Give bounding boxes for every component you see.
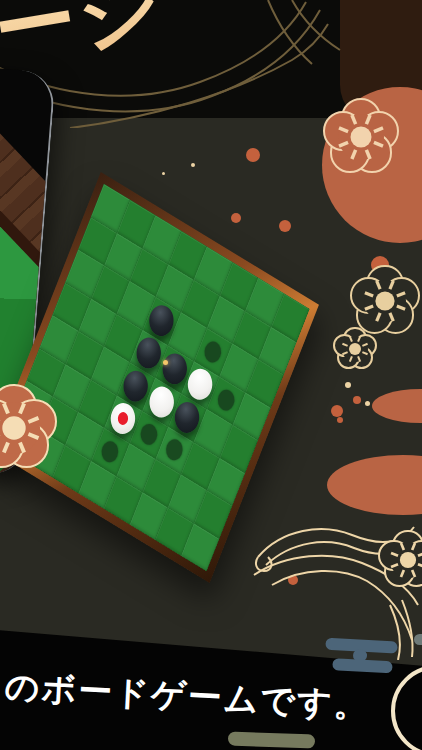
flower-outline-large-icon bbox=[353, 269, 417, 333]
flower-sunburst-icon bbox=[0, 389, 53, 467]
decor-dot bbox=[365, 401, 370, 406]
bridge-icon bbox=[324, 634, 412, 678]
app-store-screenshot: ーシ のボードゲームです。 bbox=[0, 0, 422, 750]
flower-sunburst-icon bbox=[381, 533, 422, 587]
flower-sunburst-icon bbox=[335, 329, 375, 369]
decor-dot bbox=[162, 172, 165, 175]
decor-dot bbox=[279, 220, 291, 232]
flower-sunburst-icon bbox=[353, 269, 417, 333]
flower-wave-icon bbox=[381, 533, 422, 587]
flower-left-icon bbox=[0, 389, 53, 467]
decor-dot bbox=[231, 213, 241, 223]
sparkle-particle bbox=[163, 360, 168, 365]
flower-sunburst-icon bbox=[326, 102, 396, 172]
flower-outline-small-icon bbox=[335, 329, 375, 369]
decor-dot bbox=[191, 163, 195, 167]
flower-on-circle-icon bbox=[326, 102, 396, 172]
decor-dot bbox=[353, 396, 361, 404]
decor-dot bbox=[331, 405, 343, 417]
last-move-red-dot bbox=[116, 410, 130, 427]
decor-dot bbox=[337, 417, 343, 423]
gray-nub-shape bbox=[414, 634, 422, 645]
olive-bar bbox=[228, 731, 315, 748]
decor-dot bbox=[246, 148, 260, 162]
decor-dot bbox=[345, 382, 351, 388]
